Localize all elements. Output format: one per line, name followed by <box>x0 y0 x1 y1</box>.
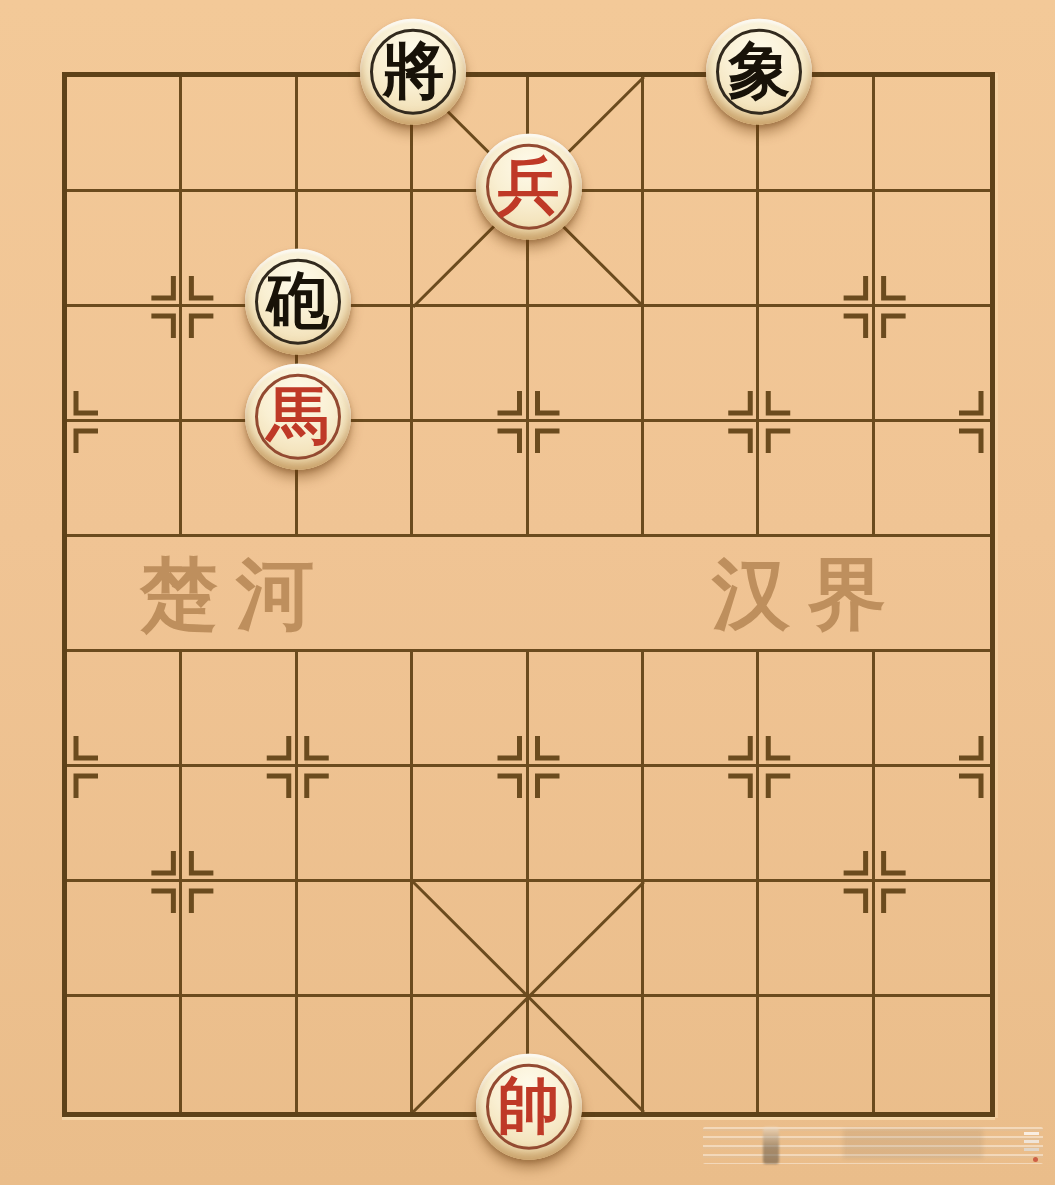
xiangqi-board[interactable]: 將象兵砲馬帥 <box>62 72 995 1117</box>
red-general[interactable]: 帥 <box>476 1054 582 1160</box>
watermark-blob-decoration <box>763 1127 779 1164</box>
red-horse-glyph: 馬 <box>245 364 351 470</box>
watermark-smudge-decoration <box>843 1129 983 1159</box>
black-general[interactable]: 將 <box>360 19 466 125</box>
watermark-glyph-decoration <box>1021 1129 1043 1163</box>
black-elephant-glyph: 象 <box>706 19 812 125</box>
black-elephant[interactable]: 象 <box>706 19 812 125</box>
watermark <box>703 1127 1043 1164</box>
black-general-glyph: 將 <box>360 19 466 125</box>
black-cannon-glyph: 砲 <box>245 249 351 355</box>
red-horse[interactable]: 馬 <box>245 364 351 470</box>
app-background: 將象兵砲馬帥 楚河 汉界 <box>0 0 1055 1185</box>
red-soldier[interactable]: 兵 <box>476 134 582 240</box>
pieces-layer: 將象兵砲馬帥 <box>67 77 990 1112</box>
red-soldier-glyph: 兵 <box>476 134 582 240</box>
red-general-glyph: 帥 <box>476 1054 582 1160</box>
black-cannon[interactable]: 砲 <box>245 249 351 355</box>
